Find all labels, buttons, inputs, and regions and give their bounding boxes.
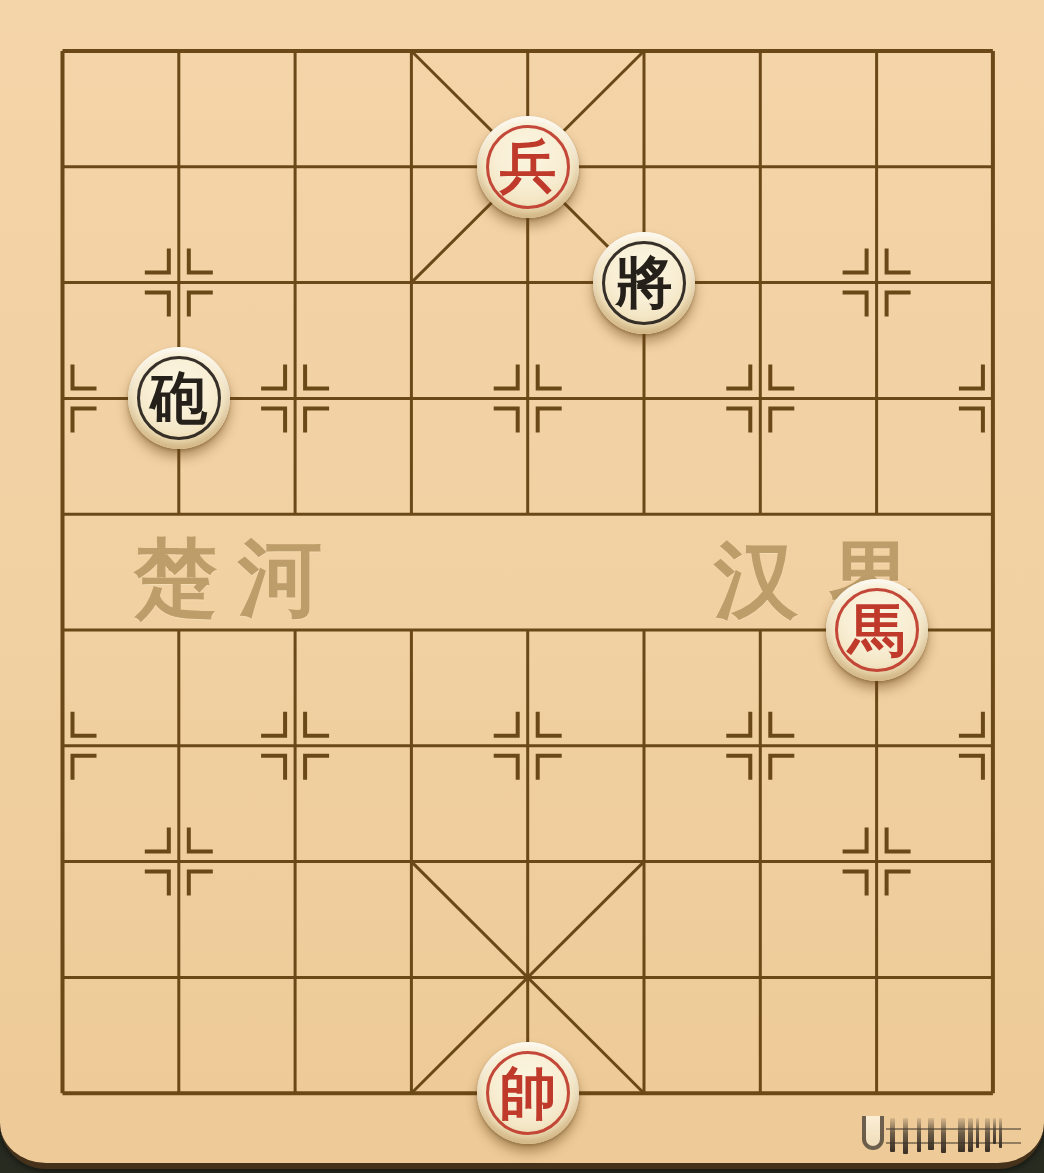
barcode-bar <box>993 1118 996 1144</box>
piece-red-soldier[interactable]: 兵 <box>477 116 579 218</box>
barcode-bar <box>985 1118 990 1152</box>
barcode-cap <box>862 1116 884 1150</box>
barcode-bar <box>928 1118 934 1150</box>
piece-glyph: 兵 <box>499 137 556 194</box>
piece-black-general[interactable]: 將 <box>593 232 695 334</box>
piece-glyph: 將 <box>616 253 673 310</box>
barcode-bar <box>976 1118 979 1148</box>
barcode-bar <box>999 1118 1002 1148</box>
barcode-bar <box>890 1118 895 1152</box>
piece-glyph: 馬 <box>848 601 905 658</box>
piece-red-general[interactable]: 帥 <box>477 1042 579 1144</box>
barcode-bar <box>968 1118 973 1152</box>
barcode-bar <box>958 1118 965 1152</box>
barcode-bar <box>941 1118 946 1153</box>
piece-glyph: 帥 <box>499 1064 556 1121</box>
barcode-bar <box>903 1118 908 1154</box>
barcode-watermark <box>862 1114 1027 1158</box>
game-panel: 楚河 汉界 兵將砲馬帥 <box>0 0 1044 1169</box>
barcode-bar <box>917 1118 921 1152</box>
piece-black-cannon[interactable]: 砲 <box>128 347 230 449</box>
piece-glyph: 砲 <box>150 369 207 426</box>
piece-red-horse[interactable]: 馬 <box>826 579 928 681</box>
